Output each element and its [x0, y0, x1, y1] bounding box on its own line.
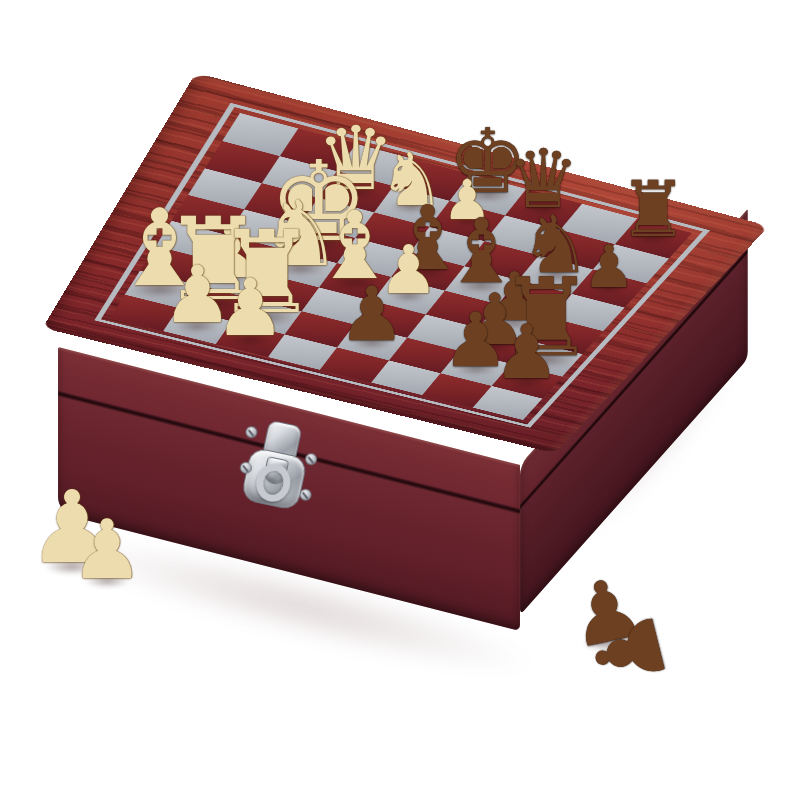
piece-glyph: ♟ — [215, 270, 286, 349]
clasp-screw-icon — [304, 452, 318, 466]
piece-glyph: ♟ — [493, 315, 560, 390]
piece-glyph: ♟ — [338, 277, 405, 352]
clasp-screw-icon — [244, 425, 258, 439]
piece-glyph: ♟ — [70, 509, 144, 591]
piece-black-pawn[interactable]: ♟ — [493, 315, 560, 390]
clasp-latch[interactable] — [224, 414, 333, 523]
chess-box-product-photo: ♚♛♜♜♝♝♞♞♟♟♟♟♟♚♛♜♜♝♝♞♟♟♟♟♟♟♟♟♟♟ — [0, 0, 800, 800]
piece-black-pawn[interactable]: ♟ — [338, 277, 405, 352]
clasp-screw-icon — [298, 488, 312, 502]
piece-white-pawn[interactable]: ♟ — [70, 509, 144, 591]
piece-white-pawn[interactable]: ♟ — [215, 270, 286, 349]
